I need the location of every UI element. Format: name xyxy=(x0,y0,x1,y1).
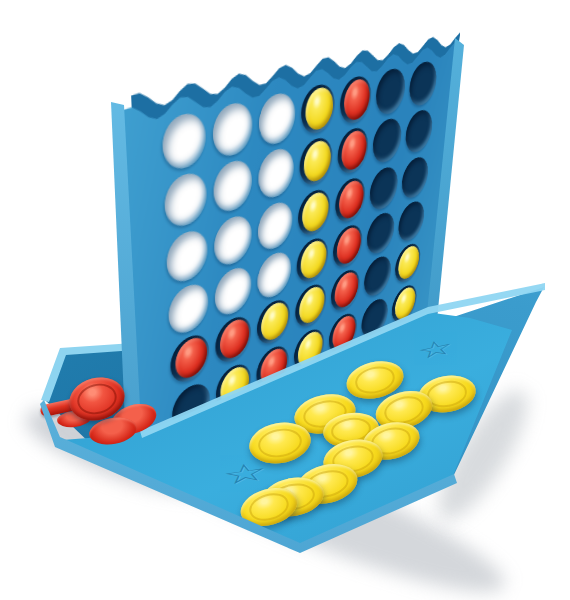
connect-four-photo-scene: ☆☆ xyxy=(0,0,570,600)
yellow-disc[interactable] xyxy=(297,327,323,372)
empty-hole xyxy=(161,110,206,174)
yellow-disc[interactable] xyxy=(397,243,420,283)
hole xyxy=(299,135,333,190)
hole xyxy=(300,81,335,137)
empty-hole xyxy=(212,100,252,161)
empty-hole xyxy=(213,157,252,217)
yellow-disc[interactable] xyxy=(220,362,249,410)
yellow-disc[interactable] xyxy=(415,371,478,417)
empty-hole xyxy=(375,66,407,117)
ground-shadow xyxy=(424,379,542,531)
yellow-disc[interactable] xyxy=(303,138,331,185)
red-disc[interactable] xyxy=(336,224,362,268)
empty-hole xyxy=(258,145,294,202)
empty-hole xyxy=(404,107,434,156)
empty-hole xyxy=(372,116,403,167)
red-disc[interactable] xyxy=(332,311,357,354)
yellow-disc[interactable] xyxy=(261,298,289,345)
red-disc[interactable] xyxy=(220,315,250,364)
red-disc[interactable] xyxy=(334,268,359,311)
empty-hole xyxy=(163,169,206,232)
star-embossing: ☆ xyxy=(415,333,456,365)
red-disc[interactable] xyxy=(341,128,368,173)
hole xyxy=(339,73,372,126)
red-disc[interactable] xyxy=(260,344,287,390)
empty-hole xyxy=(259,90,296,148)
yellow-disc[interactable] xyxy=(302,189,330,236)
yellow-disc[interactable] xyxy=(299,283,325,328)
red-disc[interactable] xyxy=(343,77,371,123)
empty-hole xyxy=(408,59,438,108)
yellow-disc[interactable] xyxy=(305,85,334,133)
yellow-disc[interactable] xyxy=(359,417,424,466)
yellow-disc[interactable] xyxy=(394,283,417,323)
yellow-disc[interactable] xyxy=(291,389,360,439)
red-disc[interactable] xyxy=(338,177,364,222)
yellow-disc[interactable] xyxy=(321,409,381,450)
yellow-disc[interactable] xyxy=(300,237,327,283)
yellow-disc[interactable] xyxy=(371,385,437,436)
hole xyxy=(337,125,370,178)
yellow-disc[interactable] xyxy=(343,356,408,405)
